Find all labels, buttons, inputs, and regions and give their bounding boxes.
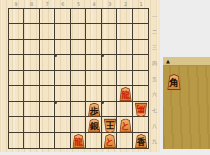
- piece-body: と: [103, 134, 116, 149]
- board-square: [117, 133, 132, 148]
- board-square: [55, 71, 70, 86]
- file-label-8: 8: [24, 0, 40, 8]
- piece-kanji: 馬: [137, 104, 146, 115]
- piece-kanji: 角: [169, 76, 179, 88]
- rank-label-2: 二: [150, 24, 159, 40]
- piece-body: 銀: [88, 118, 101, 133]
- board-square: [86, 86, 101, 101]
- file-label-3: 3: [102, 0, 118, 8]
- piece-body: と: [119, 118, 132, 133]
- shogi-diagram: 987654321 一二三四五六七八九 龍馬歩銀王と龍と香 ▲ 角: [0, 0, 210, 155]
- shogi-piece-king-38: 王: [103, 118, 116, 133]
- shogi-piece-promoted-rook-26: 龍: [119, 87, 132, 102]
- board-square: [24, 24, 39, 39]
- board-square: [71, 55, 86, 70]
- board-square: [102, 102, 117, 117]
- board-square: [102, 9, 117, 24]
- shogi-piece-promoted-rook-59: 龍: [72, 134, 85, 149]
- rank-label-5: 五: [150, 71, 159, 87]
- file-label-7: 7: [39, 0, 55, 8]
- board-square: [40, 9, 55, 24]
- piece-face: 銀: [89, 119, 100, 132]
- board-square: [117, 71, 132, 86]
- board-square: [133, 55, 148, 70]
- rank-label-7: 七: [150, 102, 159, 118]
- board-square: [9, 71, 24, 86]
- board-square: [55, 55, 70, 70]
- board-square: [40, 40, 55, 55]
- komadai-header: ▲: [163, 57, 210, 66]
- board-square: [24, 55, 39, 70]
- board-square: [133, 117, 148, 132]
- piece-kanji: 歩: [90, 104, 99, 115]
- board-square: [71, 86, 86, 101]
- board-square: [133, 40, 148, 55]
- file-label-1: 1: [133, 0, 149, 8]
- piece-body: 龍: [119, 87, 132, 102]
- board-square: [102, 86, 117, 101]
- board-square: [9, 133, 24, 148]
- board-square: [40, 102, 55, 117]
- board-square: [24, 40, 39, 55]
- piece-face: 龍: [73, 135, 84, 148]
- board-square: [40, 117, 55, 132]
- star-point: [54, 101, 57, 104]
- piece-body: 王: [103, 118, 116, 133]
- star-point: [54, 54, 57, 57]
- piece-kanji: 銀: [90, 120, 99, 131]
- piece-face: 馬: [136, 103, 147, 116]
- piece-face: 角: [168, 75, 180, 89]
- shogi-piece-tokin-28: と: [119, 118, 132, 133]
- rank-label-6: 六: [150, 86, 159, 102]
- board-square: [86, 71, 101, 86]
- rank-label-8: 八: [150, 118, 159, 134]
- board-square: [117, 9, 132, 24]
- piece-face: 龍: [120, 88, 131, 101]
- piece-body: 歩: [88, 103, 101, 118]
- file-label-4: 4: [86, 0, 102, 8]
- board-square: [102, 24, 117, 39]
- sente-triangle-marker: ▲: [166, 57, 170, 66]
- board-square: [24, 133, 39, 148]
- file-coordinates: 987654321: [8, 0, 149, 8]
- shogi-piece-promoted-bishop-17: 馬: [135, 103, 148, 118]
- board-square: [9, 24, 24, 39]
- file-label-5: 5: [71, 0, 87, 8]
- board-square: [9, 102, 24, 117]
- shogi-piece-bishop-in-hand: 角: [167, 74, 181, 90]
- board-square: [55, 86, 70, 101]
- board-square: [133, 24, 148, 39]
- board-square: [9, 117, 24, 132]
- board-square: [102, 55, 117, 70]
- board-square: [55, 24, 70, 39]
- board-square: [86, 9, 101, 24]
- board-square: [86, 40, 101, 55]
- board-square: [133, 71, 148, 86]
- board-square: [55, 40, 70, 55]
- piece-face: 歩: [89, 103, 100, 116]
- board-square: [71, 71, 86, 86]
- board-square: [71, 40, 86, 55]
- piece-kanji: 香: [137, 136, 146, 147]
- file-label-2: 2: [118, 0, 134, 8]
- file-label-9: 9: [8, 0, 24, 8]
- shogi-piece-silver-48: 銀: [88, 118, 101, 133]
- board-square: [55, 102, 70, 117]
- board-square: [9, 55, 24, 70]
- board-square: [55, 9, 70, 24]
- board-square: [71, 102, 86, 117]
- piece-body: 龍: [72, 134, 85, 149]
- board-square: [55, 133, 70, 148]
- board-square: [24, 86, 39, 101]
- rank-coordinates: 一二三四五六七八九: [150, 8, 159, 149]
- rank-label-9: 九: [150, 133, 159, 149]
- piece-body: 角: [167, 74, 181, 90]
- piece-face: と: [120, 119, 131, 132]
- board-square: [40, 133, 55, 148]
- board-square: [102, 71, 117, 86]
- piece-face: と: [104, 135, 115, 148]
- board-square: [40, 86, 55, 101]
- board-square: [86, 133, 101, 148]
- board-square: [117, 40, 132, 55]
- board-square: [133, 9, 148, 24]
- rank-label-4: 四: [150, 55, 159, 71]
- rank-label-1: 一: [150, 8, 159, 24]
- star-point: [101, 54, 104, 57]
- piece-face: 香: [136, 135, 147, 148]
- board-square: [9, 86, 24, 101]
- piece-kanji: 王: [105, 120, 114, 131]
- piece-face: 王: [104, 119, 115, 132]
- board-square: [133, 86, 148, 101]
- board-square: [117, 24, 132, 39]
- shogi-piece-pawn-47: 歩: [88, 103, 101, 118]
- board-square: [86, 55, 101, 70]
- board-square: [24, 71, 39, 86]
- board-square: [40, 24, 55, 39]
- board-square: [86, 24, 101, 39]
- komadai-sente: ▲ 角: [163, 57, 210, 149]
- board-square: [9, 40, 24, 55]
- board-square: [117, 55, 132, 70]
- piece-kanji: と: [121, 120, 130, 131]
- rank-label-3: 三: [150, 39, 159, 55]
- board-square: [102, 40, 117, 55]
- board-square: [40, 55, 55, 70]
- board-square: [40, 71, 55, 86]
- board-square: [117, 102, 132, 117]
- piece-body: 香: [135, 134, 148, 149]
- piece-kanji: 龍: [74, 136, 83, 147]
- board-square: [71, 24, 86, 39]
- board-square: [71, 117, 86, 132]
- shogi-piece-lance-19: 香: [135, 134, 148, 149]
- board-square: [24, 102, 39, 117]
- komadai-hand-area: 角: [163, 66, 210, 149]
- file-label-6: 6: [55, 0, 71, 8]
- board-square: [9, 9, 24, 24]
- board-square: [24, 117, 39, 132]
- board-square: [55, 117, 70, 132]
- piece-body: 馬: [135, 103, 148, 118]
- board-square: [24, 9, 39, 24]
- piece-kanji: 龍: [121, 89, 130, 100]
- board-square: [71, 9, 86, 24]
- shogi-piece-tokin-39: と: [103, 134, 116, 149]
- star-point: [101, 101, 104, 104]
- piece-kanji: と: [105, 136, 114, 147]
